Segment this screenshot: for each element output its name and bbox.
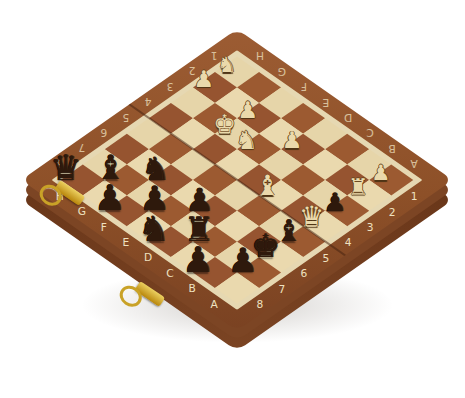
piece-black-pawn-a3[interactable]: ♟ xyxy=(323,189,346,214)
piece-white-king-f3[interactable]: ♚ xyxy=(213,112,236,137)
rank-label-1: 1 xyxy=(404,180,425,211)
piece-black-pawn-f8[interactable]: ♟ xyxy=(94,181,126,216)
piece-white-knight-e3[interactable]: ♞ xyxy=(235,127,258,152)
rank-label-8: 8 xyxy=(250,288,271,319)
piece-white-knight-h1[interactable]: ♞ xyxy=(217,54,236,75)
piece-black-knight-d8[interactable]: ♞ xyxy=(138,212,170,247)
piece-white-pawn-h2[interactable]: ♟ xyxy=(194,68,215,91)
piece-white-queen-a4[interactable]: ♛ xyxy=(299,203,324,231)
piece-black-pawn-b8[interactable]: ♟ xyxy=(182,243,214,278)
rank-label-3: 3 xyxy=(360,211,381,242)
piece-black-queen-h8[interactable]: ♛ xyxy=(50,150,82,185)
piece-white-pawn-a1[interactable]: ♟ xyxy=(371,162,390,183)
piece-black-pawn-a7[interactable]: ♟ xyxy=(228,244,258,278)
file-label-far-A: A xyxy=(399,154,430,175)
piece-white-pawn-d2[interactable]: ♟ xyxy=(282,130,303,153)
rank-label-2: 2 xyxy=(382,196,403,227)
piece-white-bishop-c4[interactable]: ♝ xyxy=(255,172,280,200)
rank-label-left-3: 3 xyxy=(160,71,181,102)
file-label-A: A xyxy=(199,294,230,315)
product-photo-scene: ♞♟♟♟♟♜♚♞♟♝♛♝♞♟♚♝♟♜♟♛♟♞♟ HGFEDCBA HGFEDCB… xyxy=(0,0,465,398)
rank-label-7: 7 xyxy=(272,273,293,304)
rank-label-left-6: 6 xyxy=(94,118,114,149)
rank-label-6: 6 xyxy=(294,258,315,289)
piece-white-rook-a2[interactable]: ♜ xyxy=(348,176,369,199)
piece-white-pawn-f2[interactable]: ♟ xyxy=(238,99,259,122)
